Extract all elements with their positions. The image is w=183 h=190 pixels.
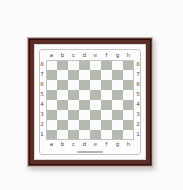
square-h3[interactable] [123,110,134,120]
corner-spacer [38,140,46,149]
square-a6[interactable] [46,80,57,90]
rank-label-right-1: 1 [134,130,142,140]
square-c5[interactable] [68,90,79,100]
fine-print-text [77,151,103,153]
square-b3[interactable] [57,110,68,120]
square-g1[interactable] [112,130,123,140]
square-e5[interactable] [90,90,101,100]
rank-label-left-3: 3 [38,110,46,120]
square-h5[interactable] [123,90,134,100]
square-h1[interactable] [123,130,134,140]
file-label-bottom-e: e [90,140,101,149]
file-label-top-a: a [46,51,57,60]
coord-grid: abcdefgh8877665544332211abcdefgh [38,51,142,149]
square-d6[interactable] [79,80,90,90]
square-f8[interactable] [101,60,112,70]
square-f1[interactable] [101,130,112,140]
square-e8[interactable] [90,60,101,70]
square-d4[interactable] [79,100,90,110]
file-label-bottom-f: f [101,140,112,149]
square-h6[interactable] [123,80,134,90]
file-label-bottom-d: d [79,140,90,149]
square-g6[interactable] [112,80,123,90]
square-g3[interactable] [112,110,123,120]
square-g4[interactable] [112,100,123,110]
rank-label-left-7: 7 [38,70,46,80]
file-label-bottom-c: c [68,140,79,149]
square-b8[interactable] [57,60,68,70]
square-e3[interactable] [90,110,101,120]
square-c3[interactable] [68,110,79,120]
file-label-top-f: f [101,51,112,60]
square-b1[interactable] [57,130,68,140]
board-paper: abcdefgh8877665544332211abcdefgh [34,44,146,160]
square-d7[interactable] [79,70,90,80]
square-a1[interactable] [46,130,57,140]
square-d1[interactable] [79,130,90,140]
rank-label-right-6: 6 [134,80,142,90]
square-h2[interactable] [123,120,134,130]
rank-label-right-5: 5 [134,90,142,100]
square-d8[interactable] [79,60,90,70]
file-label-top-g: g [112,51,123,60]
rank-label-left-6: 6 [38,80,46,90]
rank-label-left-8: 8 [38,60,46,70]
square-b4[interactable] [57,100,68,110]
square-e7[interactable] [90,70,101,80]
square-d2[interactable] [79,120,90,130]
square-a4[interactable] [46,100,57,110]
square-c1[interactable] [68,130,79,140]
square-e1[interactable] [90,130,101,140]
corner-spacer [134,140,142,149]
square-b6[interactable] [57,80,68,90]
corner-spacer [38,51,46,60]
square-e6[interactable] [90,80,101,90]
file-label-top-h: h [123,51,134,60]
square-d3[interactable] [79,110,90,120]
file-label-top-e: e [90,51,101,60]
rank-label-right-4: 4 [134,100,142,110]
square-f3[interactable] [101,110,112,120]
square-c8[interactable] [68,60,79,70]
rank-label-right-3: 3 [134,110,142,120]
rank-label-right-2: 2 [134,120,142,130]
square-f4[interactable] [101,100,112,110]
square-g5[interactable] [112,90,123,100]
file-label-top-d: d [79,51,90,60]
square-b7[interactable] [57,70,68,80]
square-e2[interactable] [90,120,101,130]
square-c4[interactable] [68,100,79,110]
square-c7[interactable] [68,70,79,80]
screenshot-background: abcdefgh8877665544332211abcdefgh [0,0,183,190]
rank-label-left-5: 5 [38,90,46,100]
rank-label-left-2: 2 [38,120,46,130]
file-label-bottom-a: a [46,140,57,149]
square-a8[interactable] [46,60,57,70]
square-h4[interactable] [123,100,134,110]
square-a7[interactable] [46,70,57,80]
square-b5[interactable] [57,90,68,100]
file-label-bottom-h: h [123,140,134,149]
square-f7[interactable] [101,70,112,80]
square-f5[interactable] [101,90,112,100]
square-d5[interactable] [79,90,90,100]
square-e4[interactable] [90,100,101,110]
chess-board-frame: abcdefgh8877665544332211abcdefgh [27,37,153,167]
square-h8[interactable] [123,60,134,70]
file-label-bottom-b: b [57,140,68,149]
square-h7[interactable] [123,70,134,80]
square-f6[interactable] [101,80,112,90]
square-a3[interactable] [46,110,57,120]
file-label-top-b: b [57,51,68,60]
file-label-top-c: c [68,51,79,60]
rank-label-left-4: 4 [38,100,46,110]
square-c2[interactable] [68,120,79,130]
square-f2[interactable] [101,120,112,130]
square-g8[interactable] [112,60,123,70]
corner-spacer [134,51,142,60]
square-a5[interactable] [46,90,57,100]
square-c6[interactable] [68,80,79,90]
square-a2[interactable] [46,120,57,130]
rank-label-right-7: 7 [134,70,142,80]
square-g7[interactable] [112,70,123,80]
rank-label-left-1: 1 [38,130,46,140]
board-outline: abcdefgh8877665544332211abcdefgh [39,49,141,155]
file-label-bottom-g: g [112,140,123,149]
rank-label-right-8: 8 [134,60,142,70]
square-g2[interactable] [112,120,123,130]
square-b2[interactable] [57,120,68,130]
